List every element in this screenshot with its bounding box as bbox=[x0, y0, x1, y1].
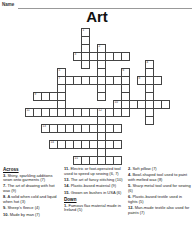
cell-r12c11[interactable] bbox=[113, 124, 122, 133]
cell-number-14: 14 bbox=[51, 141, 54, 144]
clue-3: 3. Shiny, sparkling additions sewn onto … bbox=[3, 174, 61, 183]
cell-number-5: 5 bbox=[59, 69, 61, 72]
clue-column-1: Across3. Shiny, sparkling additions sewn… bbox=[3, 167, 61, 219]
cell-r14c11[interactable] bbox=[113, 140, 122, 149]
cell-r10c12[interactable] bbox=[121, 108, 130, 117]
cell-number-4: 4 bbox=[147, 61, 149, 64]
clue-1: 1. Famous flax material made in Ireland … bbox=[64, 204, 125, 213]
cell-number-3: 3 bbox=[75, 53, 77, 56]
clue-column-2: 11. Electric or foot-operated tool used … bbox=[64, 167, 125, 215]
clue-9: 9. Sheep's fleece (4) bbox=[3, 206, 61, 211]
clue-15: 15. Grown on bushes in USA (6) bbox=[64, 191, 125, 196]
clue-12: 12. Man-made textile also used for paint… bbox=[128, 206, 192, 215]
page-title: Art bbox=[0, 8, 194, 25]
clue-header-across: Across bbox=[3, 167, 61, 172]
cell-number-10: 10 bbox=[115, 101, 118, 104]
cell-number-12: 12 bbox=[99, 109, 102, 112]
clue-13: 13. The art of fancy stitching (10) bbox=[64, 178, 125, 183]
cell-r4c7[interactable] bbox=[81, 60, 90, 69]
cell-r3c12[interactable] bbox=[121, 52, 130, 61]
crossword-worksheet: Name Art 123456789101112131415 Across3. … bbox=[0, 0, 194, 252]
cell-r16c11[interactable] bbox=[113, 156, 122, 165]
clue-4: 4. Bowl-shaped tool used to paint with m… bbox=[128, 173, 192, 182]
clue-header-down: Down bbox=[64, 197, 125, 202]
clue-7: 7. The art of drawing with hot wax (9) bbox=[3, 184, 61, 193]
clue-8: 8. A solid when cold and liquid when hot… bbox=[3, 195, 61, 204]
cell-r9c17[interactable] bbox=[161, 100, 170, 109]
name-label: Name bbox=[2, 2, 14, 7]
cell-number-8: 8 bbox=[139, 77, 141, 80]
cell-number-7: 7 bbox=[59, 77, 61, 80]
cell-number-1: 1 bbox=[83, 29, 85, 32]
cell-number-6: 6 bbox=[123, 69, 125, 72]
cell-number-11: 11 bbox=[27, 109, 30, 112]
cell-number-9: 9 bbox=[35, 93, 37, 96]
crossword-board[interactable]: 123456789101112131415 bbox=[25, 28, 171, 166]
cell-number-2: 2 bbox=[99, 45, 101, 48]
clue-column-3: 2. Soft pillow (7)4. Bowl-shaped tool us… bbox=[128, 167, 192, 217]
clue-5: 5. Sharp metal tool used for sewing (6) bbox=[128, 184, 192, 193]
clue-11: 11. Electric or foot-operated tool used … bbox=[64, 167, 125, 176]
cell-r8c9[interactable] bbox=[97, 92, 106, 101]
cell-number-13: 13 bbox=[43, 125, 46, 128]
cell-r11c15[interactable] bbox=[145, 116, 154, 125]
clue-2: 2. Soft pillow (7) bbox=[128, 167, 192, 172]
cell-r6c16[interactable] bbox=[153, 76, 162, 85]
clue-10: 10. Made by man (7) bbox=[3, 213, 61, 218]
clue-14: 14. Plastic-based material (9) bbox=[64, 184, 125, 189]
clue-6: 6. Plastic-based textile used in tights … bbox=[128, 195, 192, 204]
cell-number-15: 15 bbox=[75, 157, 78, 160]
